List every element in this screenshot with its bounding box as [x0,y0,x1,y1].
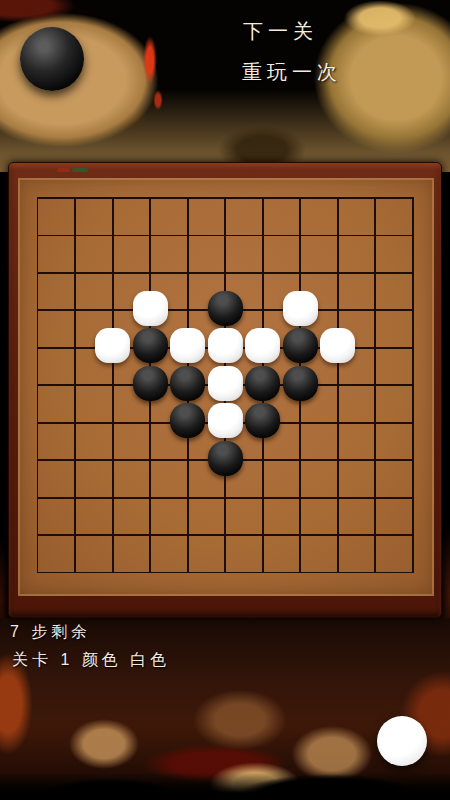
background-bottom-art [0,618,450,800]
stone-white[interactable] [95,328,130,363]
next-level-button[interactable]: 下一关 [243,19,318,43]
stone-black[interactable] [133,366,168,401]
stone-black[interactable] [245,366,280,401]
stone-black[interactable] [208,441,243,476]
stone-white[interactable] [133,291,168,326]
board-stones [37,197,414,574]
stone-black[interactable] [208,291,243,326]
frame-red-mark [57,168,70,172]
screen: 下一关 重玩一次 7 步剩余 关卡 1 颜色 白色 [0,0,450,800]
stone-black[interactable] [283,366,318,401]
stone-white[interactable] [208,403,243,438]
stone-black[interactable] [170,403,205,438]
stone-black[interactable] [133,328,168,363]
decor-black-stone [20,27,84,91]
stone-white[interactable] [320,328,355,363]
level-info-label: 关卡 1 颜色 白色 [12,650,170,670]
frame-green-mark [72,168,88,172]
stone-white[interactable] [245,328,280,363]
board-frame [8,162,442,618]
moves-remaining-label: 7 步剩余 [10,622,91,642]
stone-black[interactable] [170,366,205,401]
board-surface [18,178,434,596]
decor-white-stone [377,716,427,766]
stone-black[interactable] [245,403,280,438]
stone-white[interactable] [208,366,243,401]
stone-black[interactable] [283,328,318,363]
stone-white[interactable] [283,291,318,326]
replay-button[interactable]: 重玩一次 [242,60,342,84]
stone-white[interactable] [170,328,205,363]
stone-white[interactable] [208,328,243,363]
